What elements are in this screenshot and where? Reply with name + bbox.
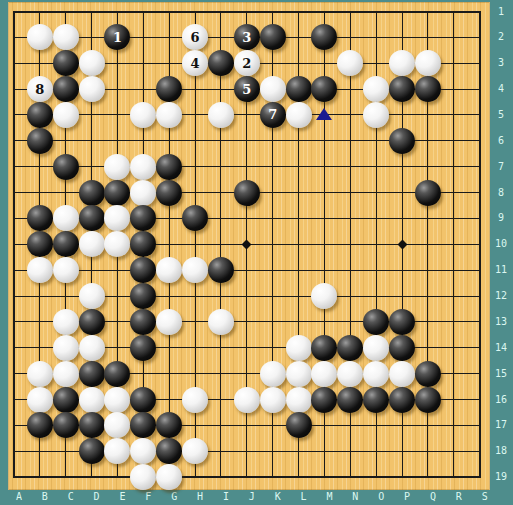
column-label: L (297, 491, 311, 502)
stone-black-F16[interactable] (130, 387, 156, 413)
stone-black-L17[interactable] (286, 412, 312, 438)
column-label: Q (426, 491, 440, 502)
stone-black-J2[interactable] (234, 24, 260, 50)
grid-line-vertical (453, 11, 454, 479)
stone-black-K5[interactable] (260, 102, 286, 128)
stone-black-Q16[interactable] (415, 387, 441, 413)
stone-white-L5[interactable] (286, 102, 312, 128)
stone-white-B15[interactable] (27, 361, 53, 387)
stone-white-G13[interactable] (156, 309, 182, 335)
row-label: 19 (492, 471, 510, 482)
column-label: M (322, 491, 336, 502)
row-label: 4 (492, 83, 510, 94)
stone-white-B16[interactable] (27, 387, 53, 413)
stone-white-J3[interactable] (234, 50, 260, 76)
stone-black-B6[interactable] (27, 128, 53, 154)
row-label: 9 (492, 212, 510, 223)
stone-black-D18[interactable] (79, 438, 105, 464)
row-label: 6 (492, 135, 510, 146)
stone-white-E16[interactable] (104, 387, 130, 413)
column-label: F (141, 491, 155, 502)
stone-black-C4[interactable] (53, 76, 79, 102)
stone-black-P14[interactable] (389, 335, 415, 361)
stone-black-Q4[interactable] (415, 76, 441, 102)
stone-black-G8[interactable] (156, 180, 182, 206)
stone-black-D17[interactable] (79, 412, 105, 438)
stone-black-O16[interactable] (363, 387, 389, 413)
stone-white-F7[interactable] (130, 154, 156, 180)
stone-white-O15[interactable] (363, 361, 389, 387)
stone-black-D15[interactable] (79, 361, 105, 387)
grid-line-horizontal (13, 270, 481, 271)
stone-white-L16[interactable] (286, 387, 312, 413)
stone-black-N14[interactable] (337, 335, 363, 361)
column-label: C (64, 491, 78, 502)
stone-white-D12[interactable] (79, 283, 105, 309)
stone-white-C2[interactable] (53, 24, 79, 50)
stone-white-D4[interactable] (79, 76, 105, 102)
stone-white-K4[interactable] (260, 76, 286, 102)
column-label: A (12, 491, 26, 502)
row-label: 8 (492, 187, 510, 198)
stone-black-P13[interactable] (389, 309, 415, 335)
stone-white-O14[interactable] (363, 335, 389, 361)
stone-black-E8[interactable] (104, 180, 130, 206)
stone-white-F8[interactable] (130, 180, 156, 206)
stone-white-N15[interactable] (337, 361, 363, 387)
stone-black-M16[interactable] (311, 387, 337, 413)
stone-black-L4[interactable] (286, 76, 312, 102)
stone-black-J4[interactable] (234, 76, 260, 102)
column-label: B (38, 491, 52, 502)
stone-white-D10[interactable] (79, 231, 105, 257)
stone-black-C17[interactable] (53, 412, 79, 438)
stone-black-J8[interactable] (234, 180, 260, 206)
row-label: 5 (492, 109, 510, 120)
row-label: 15 (492, 368, 510, 379)
grid-line-vertical (479, 11, 481, 479)
column-label: J (245, 491, 259, 502)
row-label: 13 (492, 316, 510, 327)
stone-white-H16[interactable] (182, 387, 208, 413)
stone-white-D3[interactable] (79, 50, 105, 76)
row-label: 14 (492, 342, 510, 353)
row-label: 18 (492, 445, 510, 456)
stone-black-N16[interactable] (337, 387, 363, 413)
stone-black-Q8[interactable] (415, 180, 441, 206)
stone-black-D9[interactable] (79, 205, 105, 231)
row-label: 16 (492, 394, 510, 405)
stone-white-B11[interactable] (27, 257, 53, 283)
grid-line-horizontal (13, 476, 481, 478)
stone-white-B4[interactable] (27, 76, 53, 102)
go-app-window: ABCDEFGHIJKLMNOPQRS123456789101112131415… (0, 0, 513, 505)
stone-black-F14[interactable] (130, 335, 156, 361)
stone-white-G5[interactable] (156, 102, 182, 128)
stone-white-I5[interactable] (208, 102, 234, 128)
stone-black-I3[interactable] (208, 50, 234, 76)
stone-white-L15[interactable] (286, 361, 312, 387)
stone-black-B10[interactable] (27, 231, 53, 257)
stone-white-C11[interactable] (53, 257, 79, 283)
stone-black-P4[interactable] (389, 76, 415, 102)
stone-black-C7[interactable] (53, 154, 79, 180)
stone-white-C15[interactable] (53, 361, 79, 387)
stone-white-D16[interactable] (79, 387, 105, 413)
stone-white-K15[interactable] (260, 361, 286, 387)
row-label: 11 (492, 264, 510, 275)
stone-black-P6[interactable] (389, 128, 415, 154)
stone-black-G7[interactable] (156, 154, 182, 180)
stone-white-D14[interactable] (79, 335, 105, 361)
stone-black-E15[interactable] (104, 361, 130, 387)
row-label: 12 (492, 290, 510, 301)
stone-white-L14[interactable] (286, 335, 312, 361)
stone-black-Q15[interactable] (415, 361, 441, 387)
row-label: 3 (492, 57, 510, 68)
stone-black-P16[interactable] (389, 387, 415, 413)
stone-black-B5[interactable] (27, 102, 53, 128)
stone-black-K2[interactable] (260, 24, 286, 50)
column-label: P (400, 491, 414, 502)
row-label: 1 (492, 6, 510, 17)
column-label: E (115, 491, 129, 502)
column-label: N (348, 491, 362, 502)
stone-white-M15[interactable] (311, 361, 337, 387)
stone-black-C16[interactable] (53, 387, 79, 413)
row-label: 17 (492, 419, 510, 430)
stone-white-C13[interactable] (53, 309, 79, 335)
stone-black-C10[interactable] (53, 231, 79, 257)
column-label: H (193, 491, 207, 502)
stone-white-C5[interactable] (53, 102, 79, 128)
column-label: D (90, 491, 104, 502)
stone-white-Q3[interactable] (415, 50, 441, 76)
stone-white-I13[interactable] (208, 309, 234, 335)
column-label: K (271, 491, 285, 502)
stone-black-I11[interactable] (208, 257, 234, 283)
row-label: 10 (492, 238, 510, 249)
stone-black-D13[interactable] (79, 309, 105, 335)
stone-white-C14[interactable] (53, 335, 79, 361)
stone-black-O13[interactable] (363, 309, 389, 335)
row-label: 2 (492, 31, 510, 42)
stone-white-O5[interactable] (363, 102, 389, 128)
stone-black-C3[interactable] (53, 50, 79, 76)
column-label: G (167, 491, 181, 502)
column-label: I (219, 491, 233, 502)
column-label: R (452, 491, 466, 502)
column-label: S (478, 491, 492, 502)
stone-white-K16[interactable] (260, 387, 286, 413)
triangle-marker (316, 108, 332, 120)
stone-white-P15[interactable] (389, 361, 415, 387)
row-label: 7 (492, 161, 510, 172)
column-label: O (374, 491, 388, 502)
stone-white-J16[interactable] (234, 387, 260, 413)
stone-black-D8[interactable] (79, 180, 105, 206)
